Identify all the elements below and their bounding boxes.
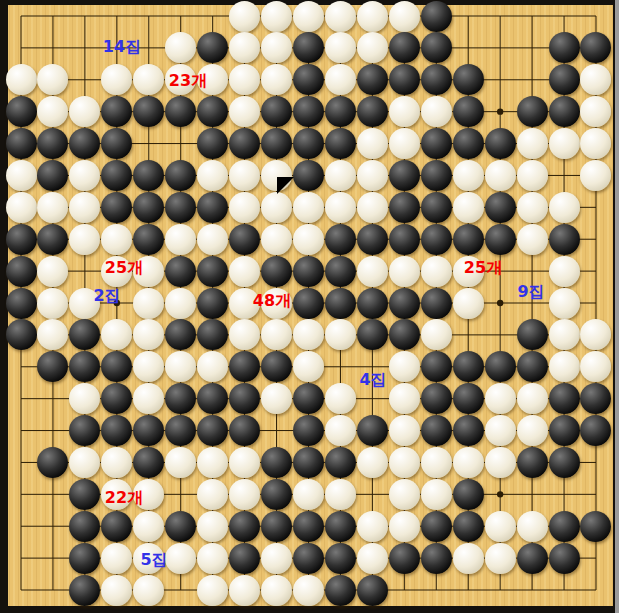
black-stone[interactable]	[133, 447, 164, 478]
last-move-triangle-marker	[277, 177, 294, 194]
white-stone[interactable]	[453, 192, 484, 223]
white-stone[interactable]	[261, 64, 292, 95]
white-stone[interactable]	[421, 96, 452, 127]
white-stone[interactable]	[261, 543, 292, 574]
white-stone[interactable]	[69, 96, 100, 127]
white-stone[interactable]	[69, 288, 100, 319]
black-stone[interactable]	[37, 447, 68, 478]
white-stone[interactable]	[549, 288, 580, 319]
white-stone[interactable]	[261, 224, 292, 255]
white-stone[interactable]	[293, 319, 324, 350]
white-stone[interactable]	[197, 575, 228, 606]
black-stone[interactable]	[229, 415, 260, 446]
black-stone[interactable]	[293, 64, 324, 95]
white-stone[interactable]	[261, 575, 292, 606]
white-stone[interactable]	[69, 224, 100, 255]
black-stone[interactable]	[357, 64, 388, 95]
black-stone[interactable]	[389, 224, 420, 255]
white-stone[interactable]	[165, 351, 196, 382]
white-stone[interactable]	[325, 1, 356, 32]
black-stone[interactable]	[165, 96, 196, 127]
white-stone[interactable]	[325, 160, 356, 191]
black-stone[interactable]	[325, 511, 356, 542]
stones-layer	[0, 0, 619, 613]
white-stone[interactable]	[229, 319, 260, 350]
black-stone[interactable]	[101, 383, 132, 414]
white-stone[interactable]	[133, 479, 164, 510]
white-stone[interactable]	[485, 447, 516, 478]
black-stone[interactable]	[389, 543, 420, 574]
white-stone[interactable]	[453, 447, 484, 478]
white-stone[interactable]	[293, 351, 324, 382]
black-stone[interactable]	[261, 511, 292, 542]
white-stone[interactable]	[389, 511, 420, 542]
black-stone[interactable]	[37, 128, 68, 159]
white-stone[interactable]	[165, 288, 196, 319]
white-stone[interactable]	[325, 383, 356, 414]
black-stone[interactable]	[229, 128, 260, 159]
white-stone[interactable]	[325, 32, 356, 63]
black-stone[interactable]	[6, 256, 37, 287]
black-stone[interactable]	[69, 351, 100, 382]
black-stone[interactable]	[549, 415, 580, 446]
black-stone[interactable]	[6, 96, 37, 127]
black-stone[interactable]	[485, 351, 516, 382]
white-stone[interactable]	[101, 447, 132, 478]
white-stone[interactable]	[197, 479, 228, 510]
black-stone[interactable]	[421, 64, 452, 95]
white-stone[interactable]	[229, 1, 260, 32]
white-stone[interactable]	[133, 351, 164, 382]
black-stone[interactable]	[165, 319, 196, 350]
white-stone[interactable]	[485, 415, 516, 446]
black-stone[interactable]	[453, 128, 484, 159]
black-stone[interactable]	[453, 479, 484, 510]
black-stone[interactable]	[6, 224, 37, 255]
white-stone[interactable]	[261, 383, 292, 414]
black-stone[interactable]	[293, 447, 324, 478]
white-stone[interactable]	[261, 192, 292, 223]
black-stone[interactable]	[165, 256, 196, 287]
white-stone[interactable]	[389, 256, 420, 287]
black-stone[interactable]	[293, 383, 324, 414]
white-stone[interactable]	[357, 32, 388, 63]
white-stone[interactable]	[101, 575, 132, 606]
black-stone[interactable]	[389, 319, 420, 350]
white-stone[interactable]	[229, 32, 260, 63]
white-stone[interactable]	[165, 224, 196, 255]
black-stone[interactable]	[453, 383, 484, 414]
white-stone[interactable]	[37, 192, 68, 223]
black-stone[interactable]	[165, 511, 196, 542]
black-stone[interactable]	[229, 224, 260, 255]
white-stone[interactable]	[37, 288, 68, 319]
black-stone[interactable]	[293, 415, 324, 446]
white-stone[interactable]	[293, 575, 324, 606]
white-stone[interactable]	[197, 543, 228, 574]
black-stone[interactable]	[261, 351, 292, 382]
black-stone[interactable]	[261, 96, 292, 127]
black-stone[interactable]	[389, 192, 420, 223]
black-stone[interactable]	[421, 351, 452, 382]
black-stone[interactable]	[229, 351, 260, 382]
white-stone[interactable]	[389, 128, 420, 159]
black-stone[interactable]	[453, 96, 484, 127]
black-stone[interactable]	[421, 128, 452, 159]
white-stone[interactable]	[421, 319, 452, 350]
white-stone[interactable]	[229, 479, 260, 510]
black-stone[interactable]	[101, 511, 132, 542]
white-stone[interactable]	[357, 160, 388, 191]
white-stone[interactable]	[357, 447, 388, 478]
white-stone[interactable]	[133, 319, 164, 350]
white-stone[interactable]	[37, 256, 68, 287]
black-stone[interactable]	[325, 256, 356, 287]
black-stone[interactable]	[485, 224, 516, 255]
white-stone[interactable]	[357, 192, 388, 223]
white-stone[interactable]	[549, 192, 580, 223]
black-stone[interactable]	[549, 32, 580, 63]
white-stone[interactable]	[325, 415, 356, 446]
white-stone[interactable]	[453, 543, 484, 574]
white-stone[interactable]	[421, 479, 452, 510]
white-stone[interactable]	[197, 351, 228, 382]
black-stone[interactable]	[580, 32, 611, 63]
white-stone[interactable]	[197, 160, 228, 191]
white-stone[interactable]	[453, 256, 484, 287]
white-stone[interactable]	[485, 383, 516, 414]
black-stone[interactable]	[549, 383, 580, 414]
white-stone[interactable]	[485, 160, 516, 191]
black-stone[interactable]	[580, 383, 611, 414]
white-stone[interactable]	[580, 319, 611, 350]
white-stone[interactable]	[389, 96, 420, 127]
white-stone[interactable]	[293, 224, 324, 255]
black-stone[interactable]	[133, 96, 164, 127]
white-stone[interactable]	[325, 319, 356, 350]
white-stone[interactable]	[133, 511, 164, 542]
black-stone[interactable]	[293, 96, 324, 127]
black-stone[interactable]	[517, 319, 548, 350]
white-stone[interactable]	[6, 64, 37, 95]
black-stone[interactable]	[325, 96, 356, 127]
black-stone[interactable]	[6, 319, 37, 350]
black-stone[interactable]	[69, 511, 100, 542]
black-stone[interactable]	[229, 543, 260, 574]
white-stone[interactable]	[453, 160, 484, 191]
white-stone[interactable]	[389, 415, 420, 446]
black-stone[interactable]	[453, 351, 484, 382]
white-stone[interactable]	[580, 96, 611, 127]
white-stone[interactable]	[6, 192, 37, 223]
white-stone[interactable]	[421, 256, 452, 287]
black-stone[interactable]	[261, 479, 292, 510]
black-stone[interactable]	[325, 288, 356, 319]
white-stone[interactable]	[261, 288, 292, 319]
black-stone[interactable]	[485, 128, 516, 159]
black-stone[interactable]	[293, 288, 324, 319]
black-stone[interactable]	[293, 256, 324, 287]
white-stone[interactable]	[229, 256, 260, 287]
white-stone[interactable]	[580, 64, 611, 95]
black-stone[interactable]	[549, 96, 580, 127]
black-stone[interactable]	[133, 160, 164, 191]
black-stone[interactable]	[165, 192, 196, 223]
white-stone[interactable]	[69, 447, 100, 478]
white-stone[interactable]	[389, 447, 420, 478]
white-stone[interactable]	[421, 447, 452, 478]
white-stone[interactable]	[549, 351, 580, 382]
white-stone[interactable]	[37, 64, 68, 95]
black-stone[interactable]	[197, 288, 228, 319]
black-stone[interactable]	[421, 383, 452, 414]
white-stone[interactable]	[293, 1, 324, 32]
white-stone[interactable]	[101, 319, 132, 350]
black-stone[interactable]	[357, 319, 388, 350]
black-stone[interactable]	[325, 543, 356, 574]
white-stone[interactable]	[101, 479, 132, 510]
black-stone[interactable]	[101, 351, 132, 382]
white-stone[interactable]	[133, 575, 164, 606]
white-stone[interactable]	[293, 192, 324, 223]
black-stone[interactable]	[101, 160, 132, 191]
black-stone[interactable]	[197, 192, 228, 223]
black-stone[interactable]	[485, 192, 516, 223]
white-stone[interactable]	[549, 319, 580, 350]
white-stone[interactable]	[101, 256, 132, 287]
white-stone[interactable]	[325, 64, 356, 95]
black-stone[interactable]	[421, 224, 452, 255]
black-stone[interactable]	[549, 224, 580, 255]
black-stone[interactable]	[197, 319, 228, 350]
white-stone[interactable]	[229, 160, 260, 191]
white-stone[interactable]	[229, 96, 260, 127]
black-stone[interactable]	[357, 575, 388, 606]
black-stone[interactable]	[197, 415, 228, 446]
black-stone[interactable]	[549, 64, 580, 95]
white-stone[interactable]	[453, 288, 484, 319]
black-stone[interactable]	[580, 511, 611, 542]
white-stone[interactable]	[261, 319, 292, 350]
white-stone[interactable]	[229, 192, 260, 223]
white-stone[interactable]	[357, 511, 388, 542]
black-stone[interactable]	[325, 128, 356, 159]
white-stone[interactable]	[37, 96, 68, 127]
white-stone[interactable]	[165, 32, 196, 63]
white-stone[interactable]	[517, 383, 548, 414]
black-stone[interactable]	[517, 96, 548, 127]
white-stone[interactable]	[325, 192, 356, 223]
black-stone[interactable]	[69, 479, 100, 510]
black-stone[interactable]	[293, 160, 324, 191]
black-stone[interactable]	[421, 32, 452, 63]
white-stone[interactable]	[517, 224, 548, 255]
black-stone[interactable]	[517, 447, 548, 478]
white-stone[interactable]	[69, 160, 100, 191]
white-stone[interactable]	[485, 511, 516, 542]
white-stone[interactable]	[197, 224, 228, 255]
black-stone[interactable]	[453, 415, 484, 446]
black-stone[interactable]	[421, 288, 452, 319]
black-stone[interactable]	[197, 128, 228, 159]
black-stone[interactable]	[69, 575, 100, 606]
black-stone[interactable]	[357, 288, 388, 319]
black-stone[interactable]	[325, 224, 356, 255]
black-stone[interactable]	[421, 415, 452, 446]
black-stone[interactable]	[69, 319, 100, 350]
white-stone[interactable]	[325, 479, 356, 510]
black-stone[interactable]	[453, 511, 484, 542]
black-stone[interactable]	[357, 96, 388, 127]
white-stone[interactable]	[549, 128, 580, 159]
black-stone[interactable]	[421, 192, 452, 223]
white-stone[interactable]	[517, 511, 548, 542]
black-stone[interactable]	[165, 415, 196, 446]
white-stone[interactable]	[165, 64, 196, 95]
white-stone[interactable]	[389, 383, 420, 414]
black-stone[interactable]	[325, 447, 356, 478]
white-stone[interactable]	[549, 256, 580, 287]
white-stone[interactable]	[229, 64, 260, 95]
white-stone[interactable]	[69, 192, 100, 223]
black-stone[interactable]	[261, 256, 292, 287]
black-stone[interactable]	[261, 128, 292, 159]
black-stone[interactable]	[389, 288, 420, 319]
black-stone[interactable]	[549, 447, 580, 478]
white-stone[interactable]	[580, 160, 611, 191]
black-stone[interactable]	[580, 415, 611, 446]
white-stone[interactable]	[101, 543, 132, 574]
black-stone[interactable]	[549, 543, 580, 574]
white-stone[interactable]	[133, 288, 164, 319]
black-stone[interactable]	[101, 415, 132, 446]
black-stone[interactable]	[517, 543, 548, 574]
black-stone[interactable]	[6, 128, 37, 159]
white-stone[interactable]	[133, 383, 164, 414]
black-stone[interactable]	[69, 543, 100, 574]
black-stone[interactable]	[293, 543, 324, 574]
black-stone[interactable]	[197, 96, 228, 127]
black-stone[interactable]	[421, 543, 452, 574]
black-stone[interactable]	[133, 224, 164, 255]
black-stone[interactable]	[69, 128, 100, 159]
white-stone[interactable]	[517, 160, 548, 191]
white-stone[interactable]	[133, 256, 164, 287]
black-stone[interactable]	[389, 32, 420, 63]
black-stone[interactable]	[421, 1, 452, 32]
black-stone[interactable]	[197, 32, 228, 63]
white-stone[interactable]	[389, 1, 420, 32]
black-stone[interactable]	[69, 415, 100, 446]
black-stone[interactable]	[133, 415, 164, 446]
black-stone[interactable]	[101, 96, 132, 127]
black-stone[interactable]	[453, 224, 484, 255]
black-stone[interactable]	[357, 415, 388, 446]
black-stone[interactable]	[549, 511, 580, 542]
white-stone[interactable]	[357, 128, 388, 159]
black-stone[interactable]	[165, 160, 196, 191]
white-stone[interactable]	[357, 256, 388, 287]
white-stone[interactable]	[165, 447, 196, 478]
white-stone[interactable]	[580, 351, 611, 382]
black-stone[interactable]	[293, 128, 324, 159]
white-stone[interactable]	[229, 575, 260, 606]
black-stone[interactable]	[261, 447, 292, 478]
white-stone[interactable]	[133, 64, 164, 95]
black-stone[interactable]	[325, 575, 356, 606]
black-stone[interactable]	[101, 128, 132, 159]
white-stone[interactable]	[197, 447, 228, 478]
black-stone[interactable]	[517, 351, 548, 382]
white-stone[interactable]	[101, 64, 132, 95]
black-stone[interactable]	[197, 383, 228, 414]
white-stone[interactable]	[517, 415, 548, 446]
black-stone[interactable]	[165, 383, 196, 414]
black-stone[interactable]	[37, 351, 68, 382]
white-stone[interactable]	[69, 383, 100, 414]
white-stone[interactable]	[357, 1, 388, 32]
black-stone[interactable]	[293, 511, 324, 542]
black-stone[interactable]	[293, 32, 324, 63]
white-stone[interactable]	[6, 160, 37, 191]
black-stone[interactable]	[133, 192, 164, 223]
white-stone[interactable]	[485, 543, 516, 574]
white-stone[interactable]	[197, 511, 228, 542]
black-stone[interactable]	[197, 256, 228, 287]
white-stone[interactable]	[389, 351, 420, 382]
white-stone[interactable]	[580, 128, 611, 159]
white-stone[interactable]	[133, 543, 164, 574]
black-stone[interactable]	[421, 511, 452, 542]
black-stone[interactable]	[6, 288, 37, 319]
black-stone[interactable]	[37, 224, 68, 255]
go-board: 14집23개25개2집48개25개9집4집22개5집	[0, 0, 619, 613]
black-stone[interactable]	[389, 64, 420, 95]
black-stone[interactable]	[101, 192, 132, 223]
black-stone[interactable]	[357, 224, 388, 255]
black-stone[interactable]	[389, 160, 420, 191]
white-stone[interactable]	[229, 288, 260, 319]
black-stone[interactable]	[37, 160, 68, 191]
white-stone[interactable]	[261, 1, 292, 32]
black-stone[interactable]	[453, 64, 484, 95]
black-stone[interactable]	[229, 511, 260, 542]
white-stone[interactable]	[197, 64, 228, 95]
white-stone[interactable]	[517, 128, 548, 159]
black-stone[interactable]	[229, 383, 260, 414]
white-stone[interactable]	[165, 543, 196, 574]
white-stone[interactable]	[357, 543, 388, 574]
white-stone[interactable]	[101, 224, 132, 255]
white-stone[interactable]	[37, 319, 68, 350]
white-stone[interactable]	[389, 479, 420, 510]
white-stone[interactable]	[229, 447, 260, 478]
white-stone[interactable]	[517, 192, 548, 223]
black-stone[interactable]	[421, 160, 452, 191]
white-stone[interactable]	[293, 479, 324, 510]
white-stone[interactable]	[261, 32, 292, 63]
